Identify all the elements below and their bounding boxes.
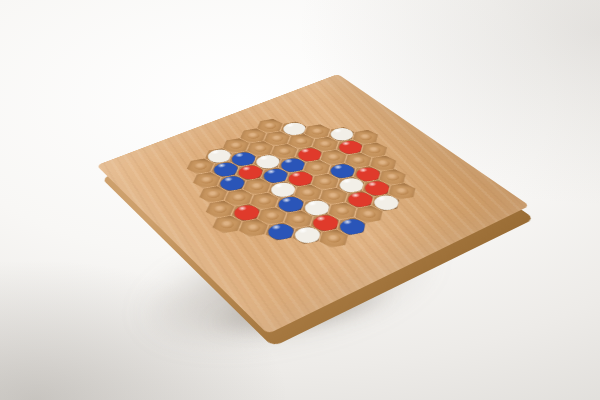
carved-dimple — [318, 140, 332, 148]
carved-dimple — [193, 162, 209, 170]
carved-dimple — [253, 145, 268, 153]
carved-dimple — [290, 215, 306, 224]
carved-dimple — [264, 211, 280, 220]
carved-dimple — [361, 210, 376, 219]
carved-dimple — [231, 193, 247, 202]
carved-dimple — [359, 133, 373, 141]
carved-dimple — [229, 142, 244, 150]
photo-backdrop: ●●●●●●●●●●●●●●●●●●●●●●●●●●● — [0, 0, 600, 400]
carved-dimple — [277, 147, 292, 155]
carved-dimple — [245, 223, 261, 232]
carved-dimple — [367, 146, 381, 154]
carved-dimple — [335, 206, 350, 215]
carved-dimple — [300, 188, 315, 197]
carved-dimple — [326, 234, 342, 244]
carved-dimple — [310, 128, 324, 135]
carved-dimple — [326, 192, 341, 201]
carved-dimple — [246, 132, 261, 140]
carved-dimple — [219, 220, 235, 229]
carved-dimple — [376, 159, 390, 167]
carved-dimple — [318, 177, 333, 185]
carved-dimple — [205, 190, 221, 199]
carved-dimple — [212, 205, 228, 214]
carved-dimple — [249, 182, 265, 191]
carved-dimple — [294, 137, 308, 145]
carved-dimple — [270, 135, 285, 143]
carved-dimple — [199, 176, 215, 184]
hex-grid: ●●●●●●●●●●●●●●●●●●●●●●●●●●● — [158, 112, 428, 257]
carved-dimple — [309, 164, 324, 172]
carved-dimple — [385, 173, 400, 181]
carved-dimple — [326, 153, 341, 161]
carved-dimple — [395, 187, 410, 196]
carved-dimple — [257, 196, 273, 205]
carved-dimple — [351, 156, 365, 164]
carved-dimple — [263, 122, 277, 129]
